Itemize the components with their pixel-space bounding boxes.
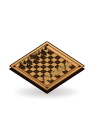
piece-black-king: ♚: [29, 53, 34, 61]
chess-board: ♜♟♟♜♞♟♟♞♝♟♟♝♛♟♟♛♚♟♟♚♝♟♟♝♞♟♟♞♜♟♟♜: [9, 41, 85, 91]
square-b6: [47, 55, 54, 60]
square-h1: ♜: [43, 81, 50, 86]
corner-motif-icon: [77, 65, 81, 68]
square-f7: ♟: [29, 62, 36, 67]
corner-motif-icon: [45, 43, 49, 46]
piece-black-bishop: ♝: [25, 57, 30, 64]
corner-motif-icon: [12, 65, 16, 68]
chess-set-photo: Wooden folding chess set on a white back…: [0, 0, 100, 133]
square-b3: [58, 62, 65, 67]
square-c7: ♟: [40, 55, 47, 60]
board-frame: ♜♟♟♜♞♟♟♞♝♟♟♝♛♟♟♛♚♟♟♚♝♟♟♝♞♟♟♞♜♟♟♜: [9, 41, 85, 91]
